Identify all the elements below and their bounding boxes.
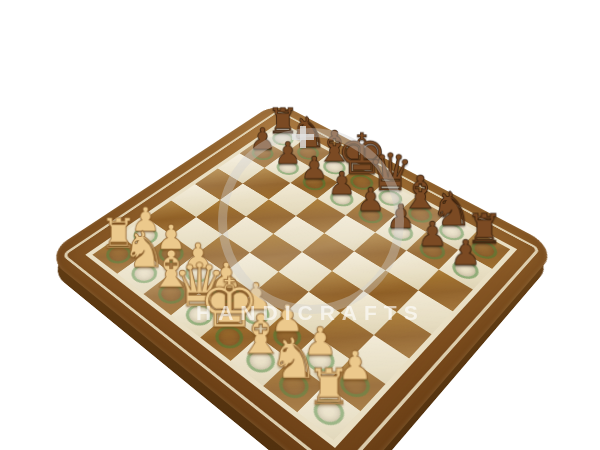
chess-scene: ♜♞♝♚♛♝♞♜♟♟♟♟♟♟♟♟♟♟♟♟♟♟♟♟♜♞♝♛♚♝♞♜ [0, 0, 600, 450]
felt-base [180, 300, 218, 330]
board-playfield: ♜♞♝♚♛♝♞♜♟♟♟♟♟♟♟♟♟♟♟♟♟♟♟♟♜♞♝♛♚♝♞♜ [85, 122, 517, 448]
felt-base [128, 223, 163, 248]
felt-base [273, 368, 315, 403]
felt-base [374, 187, 407, 209]
felt-base [240, 344, 280, 377]
board-platform: ♜♞♝♚♛♝♞♜♟♟♟♟♟♟♟♟♟♟♟♟♟♟♟♟♜♞♝♛♚♝♞♜ [44, 102, 558, 450]
felt-base [101, 242, 137, 268]
felt-base [307, 393, 350, 430]
felt-base [447, 256, 483, 283]
product-photo: ♜♞♝♚♛♝♞♜♟♟♟♟♟♟♟♟♟♟♟♟♟♟♟♟♜♞♝♛♚♝♞♜ HANDICR… [0, 0, 600, 450]
